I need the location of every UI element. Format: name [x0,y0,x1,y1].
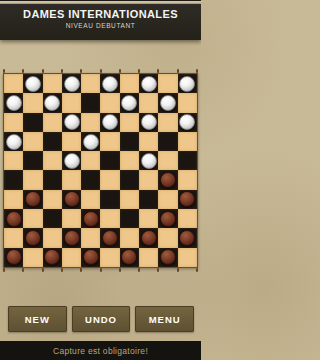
board-tick [3,268,5,272]
draughts-board[interactable] [3,73,198,268]
square-r9c1 [4,228,23,247]
square-r8c2 [23,209,42,228]
square-r4c2 [23,132,42,151]
board-tick [138,268,140,272]
square-r7c7 [120,190,139,209]
square-r4c7[interactable] [120,132,139,151]
square-r8c4 [62,209,81,228]
square-r2c8 [139,93,158,112]
square-r7c3 [43,190,62,209]
square-r7c1 [4,190,23,209]
square-r1c4[interactable] [62,74,81,93]
square-r1c5 [81,74,100,93]
black-piece[interactable] [64,191,80,207]
black-piece[interactable] [141,230,157,246]
black-piece[interactable] [160,211,176,227]
white-piece[interactable] [179,76,195,92]
app-header: DAMES INTERNATIONALES NIVEAU DEBUTANT [0,4,201,40]
menu-button[interactable]: MENU [135,306,194,332]
square-r7c4[interactable] [62,190,81,209]
white-piece[interactable] [44,95,60,111]
white-piece[interactable] [160,95,176,111]
square-r8c1[interactable] [4,209,23,228]
board-tick [22,268,24,272]
square-r9c7 [120,228,139,247]
square-r2c7[interactable] [120,93,139,112]
undo-button[interactable]: UNDO [72,306,131,332]
toolbar: NEW UNDO MENU [8,306,194,332]
square-r4c5[interactable] [81,132,100,151]
app-title: DAMES INTERNATIONALES [0,4,201,20]
square-r6c3[interactable] [43,170,62,189]
square-r1c10[interactable] [178,74,197,93]
square-r2c2 [23,93,42,112]
square-r6c6 [100,170,119,189]
square-r10c5[interactable] [81,248,100,267]
square-r9c4[interactable] [62,228,81,247]
square-r8c5[interactable] [81,209,100,228]
white-piece[interactable] [83,134,99,150]
square-r8c6 [100,209,119,228]
white-piece[interactable] [6,95,22,111]
black-piece[interactable] [179,230,195,246]
square-r5c9 [158,151,177,170]
square-r5c1 [4,151,23,170]
new-game-button[interactable]: NEW [8,306,67,332]
black-piece[interactable] [102,230,118,246]
square-r9c9 [158,228,177,247]
square-r1c8[interactable] [139,74,158,93]
white-piece[interactable] [64,153,80,169]
square-r6c10 [178,170,197,189]
square-r1c1 [4,74,23,93]
square-r7c9 [158,190,177,209]
square-r7c2[interactable] [23,190,42,209]
square-r6c2 [23,170,42,189]
square-r8c10 [178,209,197,228]
square-r10c2 [23,248,42,267]
white-piece[interactable] [141,76,157,92]
square-r8c3[interactable] [43,209,62,228]
square-r9c5 [81,228,100,247]
black-piece[interactable] [83,249,99,265]
square-r5c6[interactable] [100,151,119,170]
square-r1c9 [158,74,177,93]
square-r2c6 [100,93,119,112]
black-piece[interactable] [6,249,22,265]
square-r4c1[interactable] [4,132,23,151]
board-tick [42,268,44,272]
white-piece[interactable] [102,76,118,92]
black-piece[interactable] [25,191,41,207]
square-r9c3 [43,228,62,247]
square-r10c10 [178,248,197,267]
square-r7c5 [81,190,100,209]
black-piece[interactable] [44,249,60,265]
white-piece[interactable] [25,76,41,92]
square-r10c7[interactable] [120,248,139,267]
difficulty-level-label: NIVEAU DEBUTANT [0,22,201,29]
white-piece[interactable] [64,76,80,92]
square-r6c9[interactable] [158,170,177,189]
white-piece[interactable] [121,95,137,111]
board-tick [119,268,121,272]
black-piece[interactable] [64,230,80,246]
square-r3c4[interactable] [62,113,81,132]
square-r4c10 [178,132,197,151]
square-r9c6[interactable] [100,228,119,247]
square-r3c5 [81,113,100,132]
square-r2c3[interactable] [43,93,62,112]
square-r1c3 [43,74,62,93]
square-r5c5 [81,151,100,170]
square-r3c7 [120,113,139,132]
square-r4c8 [139,132,158,151]
square-r1c6[interactable] [100,74,119,93]
white-piece[interactable] [64,114,80,130]
square-r8c7[interactable] [120,209,139,228]
white-piece[interactable] [6,134,22,150]
square-r2c1[interactable] [4,93,23,112]
board-tick [80,268,82,272]
square-r9c2[interactable] [23,228,42,247]
black-piece[interactable] [160,249,176,265]
square-r6c7[interactable] [120,170,139,189]
white-piece[interactable] [141,153,157,169]
board-tick [100,268,102,272]
square-r6c1[interactable] [4,170,23,189]
square-r5c8[interactable] [139,151,158,170]
square-r8c8 [139,209,158,228]
status-bar: Capture est obligatoire! [0,341,201,360]
square-r3c2[interactable] [23,113,42,132]
square-r9c8[interactable] [139,228,158,247]
square-r5c10[interactable] [178,151,197,170]
square-r3c1 [4,113,23,132]
status-message: Capture est obligatoire! [53,346,148,356]
square-r1c2[interactable] [23,74,42,93]
square-r2c5[interactable] [81,93,100,112]
board-tick [61,268,63,272]
board-bottom-ticks [3,268,198,272]
black-piece[interactable] [83,211,99,227]
board-tick [157,268,159,272]
square-r5c2[interactable] [23,151,42,170]
square-r10c4 [62,248,81,267]
white-piece[interactable] [179,114,195,130]
square-r4c9[interactable] [158,132,177,151]
square-r10c9[interactable] [158,248,177,267]
square-r5c4[interactable] [62,151,81,170]
square-r1c7 [120,74,139,93]
square-r10c1[interactable] [4,248,23,267]
square-r10c3[interactable] [43,248,62,267]
white-piece[interactable] [102,114,118,130]
square-r7c10[interactable] [178,190,197,209]
square-r10c6 [100,248,119,267]
board-tick [177,268,179,272]
square-r9c10[interactable] [178,228,197,247]
black-piece[interactable] [6,211,22,227]
square-r6c4 [62,170,81,189]
square-r4c4 [62,132,81,151]
square-r4c6 [100,132,119,151]
square-r8c9[interactable] [158,209,177,228]
black-piece[interactable] [25,230,41,246]
square-r2c10 [178,93,197,112]
square-r3c8[interactable] [139,113,158,132]
square-r4c3[interactable] [43,132,62,151]
black-piece[interactable] [160,172,176,188]
white-piece[interactable] [141,114,157,130]
square-r3c6[interactable] [100,113,119,132]
black-piece[interactable] [179,191,195,207]
square-r2c9[interactable] [158,93,177,112]
square-r3c10[interactable] [178,113,197,132]
square-r10c8 [139,248,158,267]
square-r7c8[interactable] [139,190,158,209]
square-r3c3 [43,113,62,132]
black-piece[interactable] [121,249,137,265]
square-r7c6[interactable] [100,190,119,209]
square-r6c5[interactable] [81,170,100,189]
square-r5c7 [120,151,139,170]
square-r6c8 [139,170,158,189]
board-tick [196,268,198,272]
square-r3c9 [158,113,177,132]
square-r5c3 [43,151,62,170]
square-r2c4 [62,93,81,112]
